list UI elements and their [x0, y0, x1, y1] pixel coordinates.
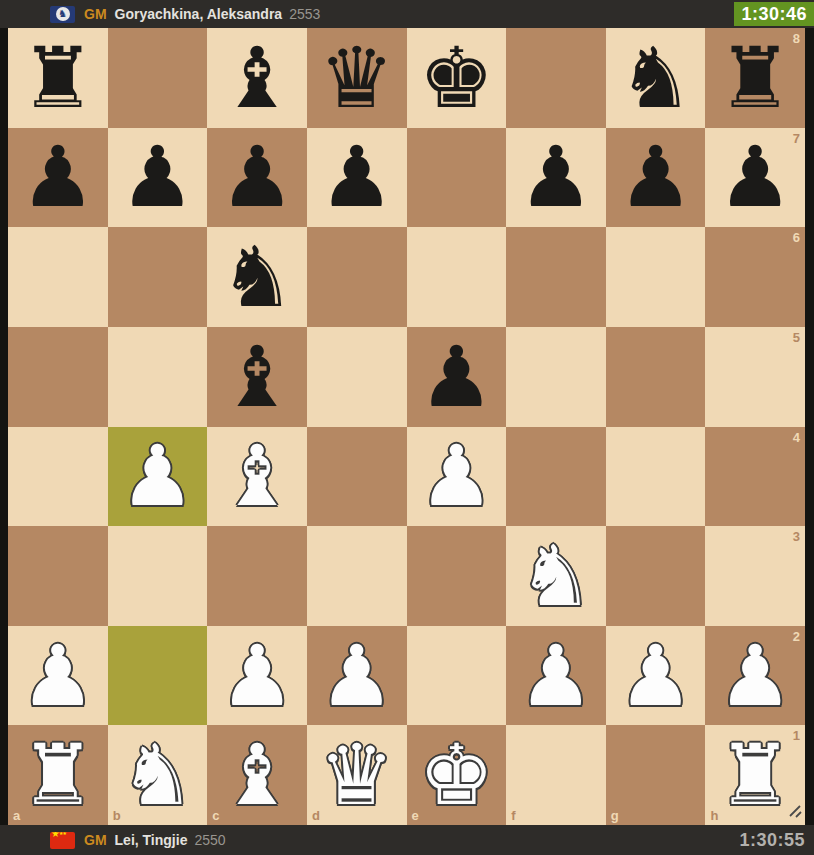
black-rook[interactable]: ♜	[705, 28, 805, 128]
black-bishop[interactable]: ♝	[207, 327, 307, 427]
white-bishop[interactable]: ♝	[207, 427, 307, 527]
square-c7[interactable]: ♟	[207, 128, 307, 228]
white-pawn[interactable]: ♟	[108, 427, 208, 527]
square-h2[interactable]: 2♟	[705, 626, 805, 726]
square-c1[interactable]: c♝	[207, 725, 307, 825]
square-c4[interactable]: ♝	[207, 427, 307, 527]
square-d2[interactable]: ♟	[307, 626, 407, 726]
square-h5[interactable]: 5	[705, 327, 805, 427]
square-g2[interactable]: ♟	[606, 626, 706, 726]
white-bishop[interactable]: ♝	[207, 725, 307, 825]
square-f7[interactable]: ♟	[506, 128, 606, 228]
square-a4[interactable]	[8, 427, 108, 527]
coord-rank-5: 5	[793, 331, 800, 344]
white-rook[interactable]: ♜	[8, 725, 108, 825]
bottom-player-bar: ★ ★★ GM Lei, Tingjie 2550 1:30:55	[0, 825, 814, 855]
square-f5[interactable]	[506, 327, 606, 427]
square-d8[interactable]: ♛	[307, 28, 407, 128]
black-rook[interactable]: ♜	[8, 28, 108, 128]
square-f6[interactable]	[506, 227, 606, 327]
white-queen[interactable]: ♛	[307, 725, 407, 825]
square-c5[interactable]: ♝	[207, 327, 307, 427]
square-f8[interactable]	[506, 28, 606, 128]
coord-rank-6: 6	[793, 231, 800, 244]
black-queen[interactable]: ♛	[307, 28, 407, 128]
coord-file-g: g	[611, 809, 619, 822]
china-flag-icon: ★ ★★	[50, 832, 75, 849]
square-d4[interactable]	[307, 427, 407, 527]
square-c2[interactable]: ♟	[207, 626, 307, 726]
square-g3[interactable]	[606, 526, 706, 626]
square-b5[interactable]	[108, 327, 208, 427]
white-pawn[interactable]: ♟	[407, 427, 507, 527]
square-f2[interactable]: ♟	[506, 626, 606, 726]
fide-flag-icon: ♞	[50, 6, 75, 23]
square-d1[interactable]: d♛	[307, 725, 407, 825]
square-h7[interactable]: 7♟	[705, 128, 805, 228]
fide-globe-icon: ♞	[56, 7, 70, 21]
square-f1[interactable]: f	[506, 725, 606, 825]
bottom-player-rating: 2550	[194, 832, 225, 848]
black-knight[interactable]: ♞	[207, 227, 307, 327]
square-b4[interactable]: ♟	[108, 427, 208, 527]
square-b3[interactable]	[108, 526, 208, 626]
square-g8[interactable]: ♞	[606, 28, 706, 128]
square-f4[interactable]	[506, 427, 606, 527]
square-b2[interactable]	[108, 626, 208, 726]
top-player-bar: ♞ GM Goryachkina, Aleksandra 2553 1:30:4…	[0, 0, 814, 28]
black-pawn[interactable]: ♟	[108, 128, 208, 228]
square-f3[interactable]: ♞	[506, 526, 606, 626]
black-pawn[interactable]: ♟	[407, 327, 507, 427]
square-a2[interactable]: ♟	[8, 626, 108, 726]
coord-rank-4: 4	[793, 431, 800, 444]
black-pawn[interactable]: ♟	[606, 128, 706, 228]
top-player-title: GM	[84, 6, 107, 22]
square-c3[interactable]	[207, 526, 307, 626]
black-pawn[interactable]: ♟	[705, 128, 805, 228]
square-h3[interactable]: 3	[705, 526, 805, 626]
square-d6[interactable]	[307, 227, 407, 327]
bottom-player-clock: 1:30:55	[732, 828, 814, 852]
square-d5[interactable]	[307, 327, 407, 427]
square-h6[interactable]: 6	[705, 227, 805, 327]
square-c8[interactable]: ♝	[207, 28, 307, 128]
white-knight[interactable]: ♞	[108, 725, 208, 825]
square-e5[interactable]: ♟	[407, 327, 507, 427]
square-e3[interactable]	[407, 526, 507, 626]
square-b6[interactable]	[108, 227, 208, 327]
square-a3[interactable]	[8, 526, 108, 626]
black-pawn[interactable]: ♟	[506, 128, 606, 228]
square-b7[interactable]: ♟	[108, 128, 208, 228]
square-g6[interactable]	[606, 227, 706, 327]
bottom-player-title: GM	[84, 832, 107, 848]
black-bishop[interactable]: ♝	[207, 28, 307, 128]
white-knight[interactable]: ♞	[506, 526, 606, 626]
square-g1[interactable]: g	[606, 725, 706, 825]
china-flag-small-stars: ★★	[59, 832, 66, 836]
white-pawn[interactable]: ♟	[8, 626, 108, 726]
square-a6[interactable]	[8, 227, 108, 327]
black-knight[interactable]: ♞	[606, 28, 706, 128]
black-pawn[interactable]: ♟	[8, 128, 108, 228]
square-e8[interactable]: ♚	[407, 28, 507, 128]
top-player-name: Goryachkina, Aleksandra	[115, 6, 283, 22]
top-player-rating: 2553	[289, 6, 320, 22]
square-a7[interactable]: ♟	[8, 128, 108, 228]
white-pawn[interactable]: ♟	[705, 626, 805, 726]
black-king[interactable]: ♚	[407, 28, 507, 128]
black-pawn[interactable]: ♟	[307, 128, 407, 228]
top-player-clock: 1:30:46	[734, 2, 814, 26]
square-g7[interactable]: ♟	[606, 128, 706, 228]
square-b8[interactable]	[108, 28, 208, 128]
coord-file-f: f	[511, 809, 515, 822]
square-e4[interactable]: ♟	[407, 427, 507, 527]
square-a8[interactable]: ♜	[8, 28, 108, 128]
square-e1[interactable]: e♚	[407, 725, 507, 825]
square-g4[interactable]	[606, 427, 706, 527]
square-e2[interactable]	[407, 626, 507, 726]
white-pawn[interactable]: ♟	[506, 626, 606, 726]
white-pawn[interactable]: ♟	[606, 626, 706, 726]
square-d7[interactable]: ♟	[307, 128, 407, 228]
square-h1[interactable]: 1h♜	[705, 725, 805, 825]
white-pawn[interactable]: ♟	[307, 626, 407, 726]
square-a5[interactable]	[8, 327, 108, 427]
square-g5[interactable]	[606, 327, 706, 427]
chess-board[interactable]: ♜♝♛♚♞8♜♟♟♟♟♟♟7♟♞6♝♟5♟♝♟4♞3♟♟♟♟♟2♟a♜b♞c♝d…	[8, 28, 805, 825]
square-e6[interactable]	[407, 227, 507, 327]
board-resize-handle[interactable]	[788, 804, 802, 822]
square-d3[interactable]	[307, 526, 407, 626]
square-a1[interactable]: a♜	[8, 725, 108, 825]
white-pawn[interactable]: ♟	[207, 626, 307, 726]
coord-rank-3: 3	[793, 530, 800, 543]
bottom-player-name: Lei, Tingjie	[115, 832, 188, 848]
black-pawn[interactable]: ♟	[207, 128, 307, 228]
square-h8[interactable]: 8♜	[705, 28, 805, 128]
square-c6[interactable]: ♞	[207, 227, 307, 327]
white-king[interactable]: ♚	[407, 725, 507, 825]
square-b1[interactable]: b♞	[108, 725, 208, 825]
square-h4[interactable]: 4	[705, 427, 805, 527]
square-e7[interactable]	[407, 128, 507, 228]
